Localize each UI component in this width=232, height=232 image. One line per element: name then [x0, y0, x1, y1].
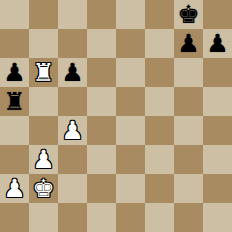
square-f8[interactable]: [145, 0, 174, 29]
square-d1[interactable]: [87, 203, 116, 232]
piece-black-pawn-a6[interactable]: ♟: [3, 58, 25, 87]
square-a6[interactable]: ♟: [0, 58, 29, 87]
piece-white-rook-b6[interactable]: ♜: [32, 58, 54, 87]
square-a5[interactable]: ♜: [0, 87, 29, 116]
square-a8[interactable]: [0, 0, 29, 29]
square-g8[interactable]: ♚: [174, 0, 203, 29]
square-a7[interactable]: [0, 29, 29, 58]
square-b5[interactable]: [29, 87, 58, 116]
square-f1[interactable]: [145, 203, 174, 232]
square-d2[interactable]: [87, 174, 116, 203]
square-f4[interactable]: [145, 116, 174, 145]
square-g2[interactable]: [174, 174, 203, 203]
piece-white-pawn-c4[interactable]: ♟: [61, 116, 83, 145]
square-e1[interactable]: [116, 203, 145, 232]
square-d8[interactable]: [87, 0, 116, 29]
square-a1[interactable]: [0, 203, 29, 232]
square-f2[interactable]: [145, 174, 174, 203]
square-c3[interactable]: [58, 145, 87, 174]
square-h4[interactable]: [203, 116, 232, 145]
piece-white-pawn-b3[interactable]: ♟: [32, 145, 54, 174]
square-b7[interactable]: [29, 29, 58, 58]
square-e8[interactable]: [116, 0, 145, 29]
piece-white-pawn-a2[interactable]: ♟: [3, 174, 25, 203]
square-e4[interactable]: [116, 116, 145, 145]
square-f3[interactable]: [145, 145, 174, 174]
square-g7[interactable]: ♟: [174, 29, 203, 58]
piece-black-pawn-c6[interactable]: ♟: [61, 58, 83, 87]
square-b1[interactable]: [29, 203, 58, 232]
square-b4[interactable]: [29, 116, 58, 145]
square-a4[interactable]: [0, 116, 29, 145]
square-c4[interactable]: ♟: [58, 116, 87, 145]
square-h3[interactable]: [203, 145, 232, 174]
square-d6[interactable]: [87, 58, 116, 87]
square-h6[interactable]: [203, 58, 232, 87]
piece-black-pawn-h7[interactable]: ♟: [206, 29, 228, 58]
square-a2[interactable]: ♟: [0, 174, 29, 203]
square-b3[interactable]: ♟: [29, 145, 58, 174]
chess-board: ♚♟♟♟♜♟♜♟♟♟♚: [0, 0, 232, 232]
piece-black-pawn-g7[interactable]: ♟: [177, 29, 199, 58]
piece-white-king-b2[interactable]: ♚: [32, 174, 54, 203]
square-c7[interactable]: [58, 29, 87, 58]
square-d7[interactable]: [87, 29, 116, 58]
square-d3[interactable]: [87, 145, 116, 174]
square-h2[interactable]: [203, 174, 232, 203]
square-f7[interactable]: [145, 29, 174, 58]
square-h5[interactable]: [203, 87, 232, 116]
square-e6[interactable]: [116, 58, 145, 87]
square-g6[interactable]: [174, 58, 203, 87]
square-e3[interactable]: [116, 145, 145, 174]
square-f5[interactable]: [145, 87, 174, 116]
square-c6[interactable]: ♟: [58, 58, 87, 87]
square-h8[interactable]: [203, 0, 232, 29]
square-b6[interactable]: ♜: [29, 58, 58, 87]
square-e7[interactable]: [116, 29, 145, 58]
square-e2[interactable]: [116, 174, 145, 203]
square-b2[interactable]: ♚: [29, 174, 58, 203]
square-d4[interactable]: [87, 116, 116, 145]
square-b8[interactable]: [29, 0, 58, 29]
piece-black-king-g8[interactable]: ♚: [177, 0, 199, 29]
square-g1[interactable]: [174, 203, 203, 232]
square-c1[interactable]: [58, 203, 87, 232]
square-g4[interactable]: [174, 116, 203, 145]
square-g5[interactable]: [174, 87, 203, 116]
square-a3[interactable]: [0, 145, 29, 174]
square-g3[interactable]: [174, 145, 203, 174]
square-d5[interactable]: [87, 87, 116, 116]
square-e5[interactable]: [116, 87, 145, 116]
square-h7[interactable]: ♟: [203, 29, 232, 58]
square-h1[interactable]: [203, 203, 232, 232]
square-c8[interactable]: [58, 0, 87, 29]
piece-black-rook-a5[interactable]: ♜: [3, 87, 25, 116]
square-c5[interactable]: [58, 87, 87, 116]
square-c2[interactable]: [58, 174, 87, 203]
square-f6[interactable]: [145, 58, 174, 87]
